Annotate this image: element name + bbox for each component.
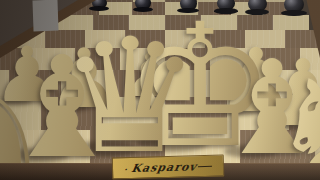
chess-board-photo: Kasparov ♞♝♛♚♝♞♟♟♟♟♟ [0,0,320,180]
white-knight-g1[interactable]: ♞ [269,54,320,180]
kasparov-signature: Kasparov [123,159,213,174]
pawn-collar [281,10,307,16]
signature-plaque: Kasparov [112,155,225,180]
black-pawn-h7[interactable] [284,0,307,16]
